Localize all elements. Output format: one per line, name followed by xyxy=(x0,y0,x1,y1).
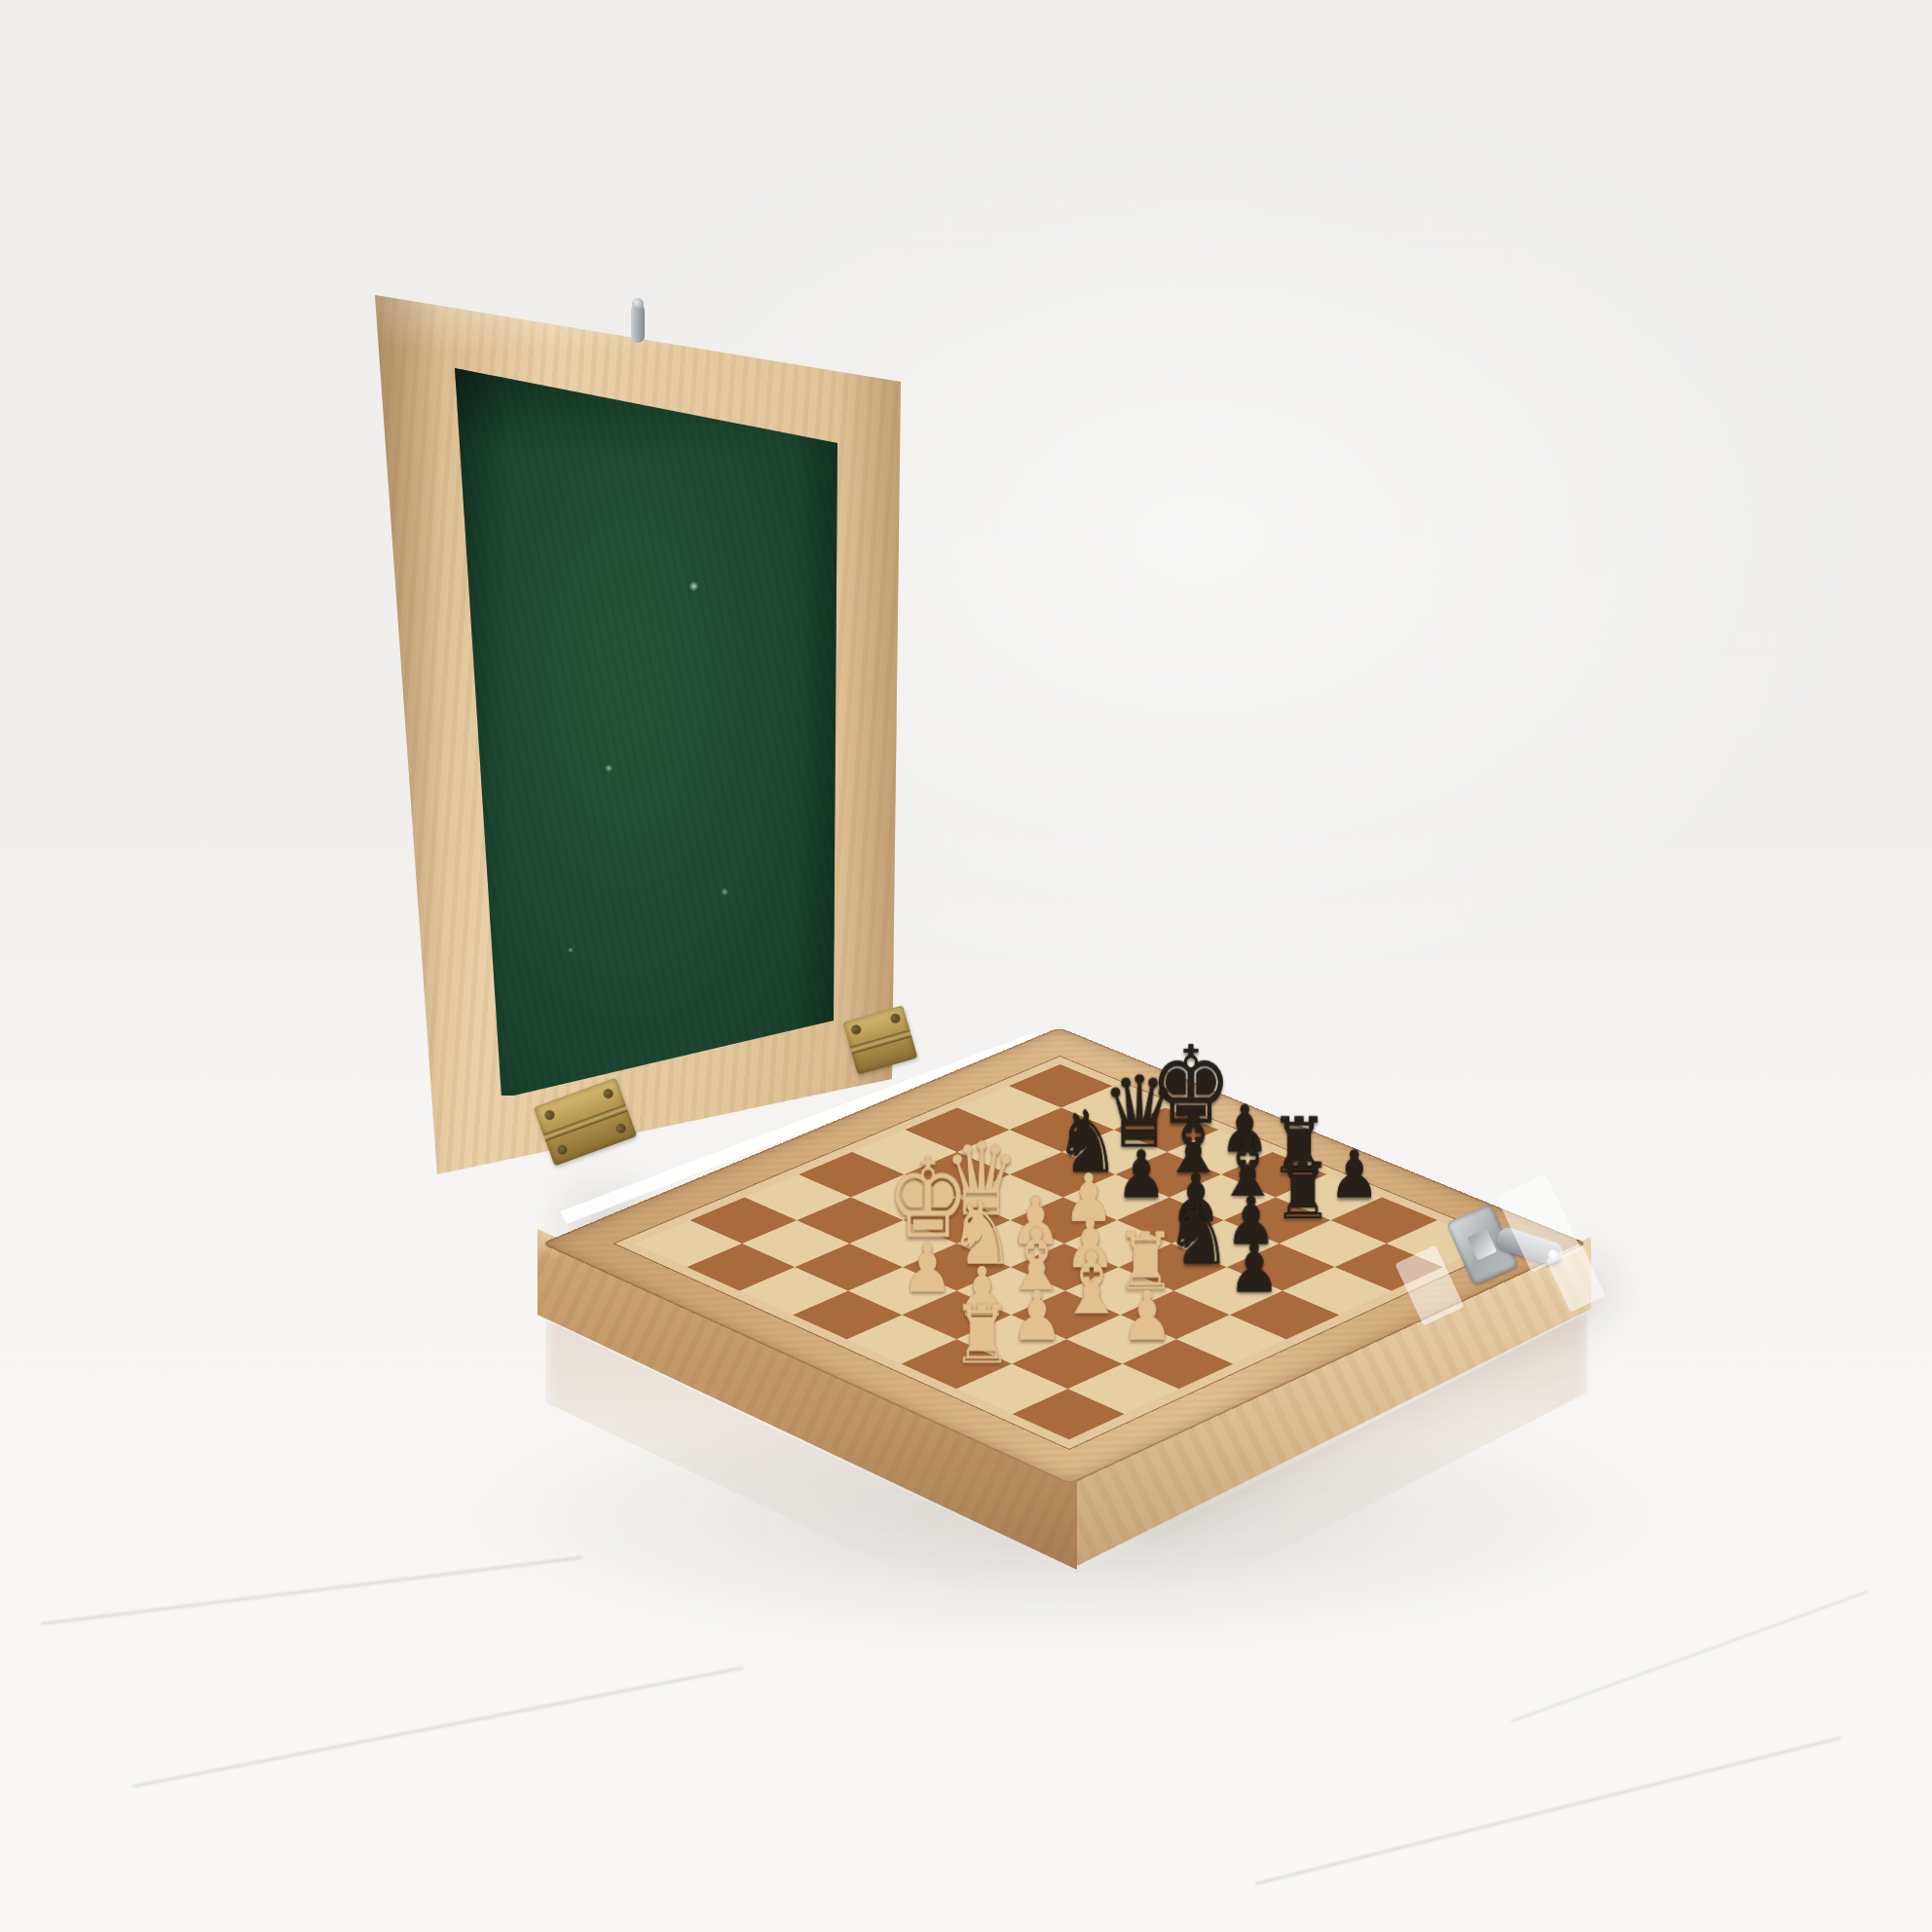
box-lid xyxy=(368,289,906,1180)
floor-scratch xyxy=(1510,1590,1868,1722)
floor-scratch xyxy=(41,1556,582,1625)
square-d1 xyxy=(1176,1315,1286,1363)
hinge-screw xyxy=(889,1013,901,1024)
piece-white-pawn: ♟ xyxy=(902,1235,953,1302)
piece-black-rook: ♜ xyxy=(1274,1153,1333,1231)
hinge-screw xyxy=(543,1109,556,1122)
piece-white-pawn: ♟ xyxy=(1011,1282,1062,1351)
hinge-screw xyxy=(614,1123,627,1135)
piece-white-pawn: ♟ xyxy=(1122,1282,1173,1351)
floor-scratch xyxy=(1255,1736,1841,1885)
hinge-screw xyxy=(556,1143,569,1156)
piece-black-pawn: ♟ xyxy=(1229,1235,1281,1302)
piece-black-pawn: ♟ xyxy=(1116,1141,1167,1207)
piece-white-rook: ♜ xyxy=(951,1295,1013,1376)
lid-felt-lining xyxy=(455,368,840,1096)
photo-scene: Open folding wooden travel chess set: up… xyxy=(0,0,1932,1932)
hinge-screw xyxy=(602,1088,614,1100)
piece-black-pawn: ♟ xyxy=(1329,1141,1380,1207)
lid-latch-pin xyxy=(631,304,645,343)
floor-scratch xyxy=(132,1666,745,1788)
felt-shading xyxy=(455,368,840,1096)
piece-white-bishop: ♝ xyxy=(1059,1240,1125,1326)
hinge-screw xyxy=(850,1023,862,1035)
lid-left-shade xyxy=(368,289,444,1180)
